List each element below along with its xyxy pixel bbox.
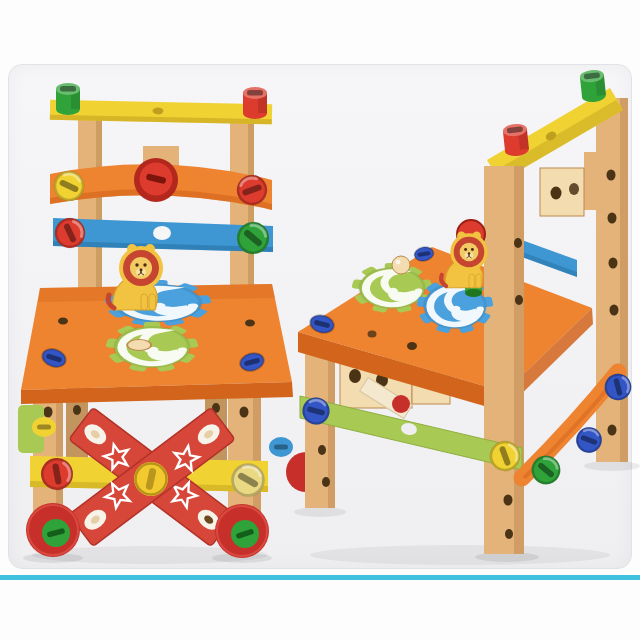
yellow-side-knob [32,417,56,437]
left-chair-back-posts [78,116,254,290]
right-wheel [215,504,269,558]
right-chair [286,69,634,554]
center-yellow-bolt [134,462,168,496]
wood-block [540,152,596,216]
green-bolt [579,69,606,103]
green-bolt [56,83,80,115]
blue-side-knob [269,437,293,457]
big-red-bolt [134,158,178,202]
bottom-accent-line [0,575,640,580]
left-wheel [26,503,80,557]
right-chair-rear-post [596,98,628,462]
left-chair [18,83,293,558]
rail-hole [153,226,171,240]
wood-knob [127,340,151,351]
lion-figure [108,244,163,310]
red-bolt [243,87,267,119]
red-bolt [502,123,529,157]
wood-ball-knob [392,256,410,274]
product-photo-page [0,0,640,640]
toy-chairs-illustration [0,0,640,640]
right-chair-front-post [484,166,524,554]
